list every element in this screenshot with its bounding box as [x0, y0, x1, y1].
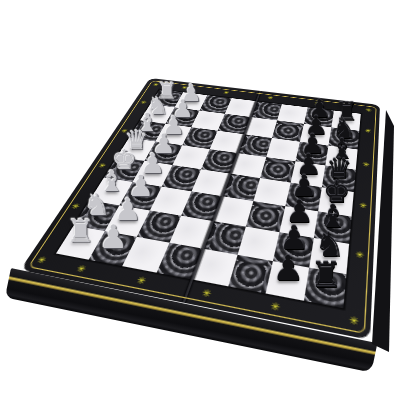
- piece-white-rook: ♜: [63, 215, 98, 247]
- chess-set-photo: ✳✳✳✳✳✳✳✳✳✳✳✳✳✳✳✳✳✳✳✳ ♜♞♝♛♚♝♞♜♟♟♟♟♟♟♟♟♟♟♟…: [0, 0, 400, 400]
- piece-black-pawn: ♟: [269, 251, 307, 286]
- pieces-layer: ♜♞♝♛♚♝♞♜♟♟♟♟♟♟♟♟♟♟♟♟♟♟♟♟♜♞♝♛♚♝♞♜: [0, 0, 400, 400]
- piece-white-pawn: ♟: [95, 221, 131, 253]
- piece-black-rook: ♜: [306, 258, 345, 293]
